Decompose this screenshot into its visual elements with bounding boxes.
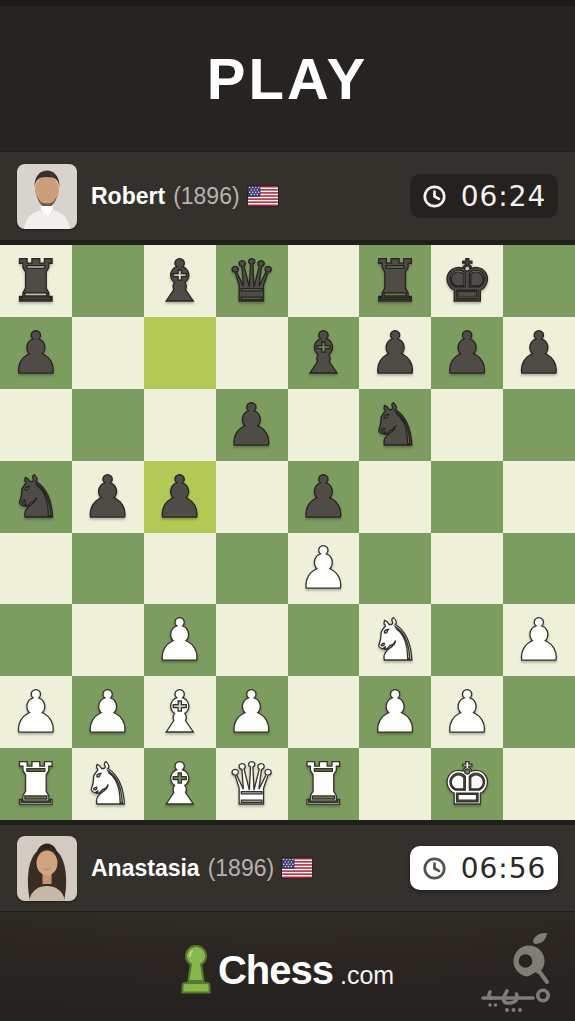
piece-black-knight[interactable]: ♞ [10, 468, 62, 526]
footer: Chess .com [0, 912, 575, 1021]
square-d6[interactable]: ♟ [216, 389, 288, 461]
piece-white-knight[interactable]: ♞ [82, 755, 134, 813]
player-name-top: Robert [91, 183, 165, 210]
square-g2[interactable]: ♟ [431, 676, 503, 748]
piece-black-pawn[interactable]: ♟ [82, 468, 134, 526]
us-flag-icon [282, 858, 312, 878]
square-h1[interactable] [503, 748, 575, 820]
square-f7[interactable]: ♟ [359, 317, 431, 389]
square-b5[interactable]: ♟ [72, 461, 144, 533]
piece-black-bishop[interactable]: ♝ [154, 252, 206, 310]
sibche-watermark-icon [477, 930, 569, 1021]
square-c3[interactable]: ♟ [144, 604, 216, 676]
square-a2[interactable]: ♟ [0, 676, 72, 748]
clock-icon [422, 184, 447, 209]
piece-white-pawn[interactable]: ♟ [369, 683, 421, 741]
square-e8[interactable] [288, 245, 360, 317]
square-a6[interactable] [0, 389, 72, 461]
us-flag-icon [248, 186, 278, 206]
square-d7[interactable] [216, 317, 288, 389]
square-b2[interactable]: ♟ [72, 676, 144, 748]
square-g1[interactable]: ♚ [431, 748, 503, 820]
square-d3[interactable] [216, 604, 288, 676]
clock-bottom: 06:56 [410, 846, 558, 890]
square-g7[interactable]: ♟ [431, 317, 503, 389]
piece-white-pawn[interactable]: ♟ [154, 611, 206, 669]
square-h5[interactable] [503, 461, 575, 533]
square-f4[interactable] [359, 533, 431, 605]
square-a7[interactable]: ♟ [0, 317, 72, 389]
square-c4[interactable] [144, 533, 216, 605]
brand-tld: .com [340, 961, 394, 990]
square-a8[interactable]: ♜ [0, 245, 72, 317]
piece-black-pawn[interactable]: ♟ [513, 324, 565, 382]
square-d2[interactable]: ♟ [216, 676, 288, 748]
header: PLAY [0, 6, 575, 151]
square-b6[interactable] [72, 389, 144, 461]
square-c5[interactable]: ♟ [144, 461, 216, 533]
square-b1[interactable]: ♞ [72, 748, 144, 820]
square-f6[interactable]: ♞ [359, 389, 431, 461]
square-a1[interactable]: ♜ [0, 748, 72, 820]
square-f2[interactable]: ♟ [359, 676, 431, 748]
square-d1[interactable]: ♛ [216, 748, 288, 820]
clock-icon [422, 856, 447, 881]
square-e7[interactable]: ♝ [288, 317, 360, 389]
clock-time-bottom: 06:56 [461, 852, 547, 885]
piece-black-pawn[interactable]: ♟ [10, 324, 62, 382]
page-title: PLAY [207, 45, 368, 112]
piece-white-pawn[interactable]: ♟ [513, 611, 565, 669]
piece-white-king[interactable]: ♚ [441, 755, 493, 813]
square-b7[interactable] [72, 317, 144, 389]
square-h2[interactable] [503, 676, 575, 748]
square-a5[interactable]: ♞ [0, 461, 72, 533]
square-g3[interactable] [431, 604, 503, 676]
avatar-robert[interactable] [17, 164, 77, 229]
square-e2[interactable] [288, 676, 360, 748]
player-rating-bottom: (1896) [208, 855, 274, 882]
square-g8[interactable]: ♚ [431, 245, 503, 317]
square-e5[interactable]: ♟ [288, 461, 360, 533]
clock-top: 06:24 [410, 174, 558, 218]
square-g4[interactable] [431, 533, 503, 605]
square-f1[interactable] [359, 748, 431, 820]
square-d8[interactable]: ♛ [216, 245, 288, 317]
avatar-anastasia[interactable] [17, 836, 77, 901]
square-h8[interactable] [503, 245, 575, 317]
square-c6[interactable] [144, 389, 216, 461]
square-e4[interactable]: ♟ [288, 533, 360, 605]
piece-white-rook[interactable]: ♜ [10, 755, 62, 813]
square-a4[interactable] [0, 533, 72, 605]
piece-white-pawn[interactable]: ♟ [226, 683, 278, 741]
piece-white-bishop[interactable]: ♝ [154, 683, 206, 741]
square-d4[interactable] [216, 533, 288, 605]
player-bar-bottom: Anastasia (1896) [0, 825, 575, 912]
square-g6[interactable] [431, 389, 503, 461]
brand-text: Chess [218, 948, 333, 993]
piece-black-pawn[interactable]: ♟ [441, 324, 493, 382]
avatar-anastasia-image [17, 836, 77, 901]
square-f8[interactable]: ♜ [359, 245, 431, 317]
square-b4[interactable] [72, 533, 144, 605]
square-h7[interactable]: ♟ [503, 317, 575, 389]
square-f5[interactable] [359, 461, 431, 533]
app-screen: PLAY Robert (1896) [0, 0, 575, 1021]
square-h4[interactable] [503, 533, 575, 605]
green-pawn-icon [181, 944, 211, 994]
piece-black-bishop[interactable]: ♝ [297, 324, 349, 382]
piece-black-queen[interactable]: ♛ [226, 252, 278, 310]
square-f3[interactable]: ♞ [359, 604, 431, 676]
piece-black-pawn[interactable]: ♟ [226, 396, 278, 454]
piece-black-rook[interactable]: ♜ [369, 252, 421, 310]
square-c2[interactable]: ♝ [144, 676, 216, 748]
player-rating-top: (1896) [173, 183, 239, 210]
chess-board[interactable]: ♜♝♛♜♚♟♝♟♟♟♟♞♞♟♟♟♟♟♞♟♟♟♝♟♟♟♜♞♝♛♜♚ [0, 240, 575, 825]
player-name-bottom: Anastasia [91, 855, 200, 882]
piece-white-knight[interactable]: ♞ [369, 611, 421, 669]
square-e1[interactable]: ♜ [288, 748, 360, 820]
square-h6[interactable] [503, 389, 575, 461]
piece-white-rook[interactable]: ♜ [297, 755, 349, 813]
piece-white-pawn[interactable]: ♟ [10, 683, 62, 741]
square-b3[interactable] [72, 604, 144, 676]
avatar-robert-image [17, 164, 77, 229]
square-b8[interactable] [72, 245, 144, 317]
piece-white-pawn[interactable]: ♟ [82, 683, 134, 741]
square-d5[interactable] [216, 461, 288, 533]
square-e6[interactable] [288, 389, 360, 461]
square-h3[interactable]: ♟ [503, 604, 575, 676]
piece-black-knight[interactable]: ♞ [369, 396, 421, 454]
square-c1[interactable]: ♝ [144, 748, 216, 820]
square-g5[interactable] [431, 461, 503, 533]
piece-black-pawn[interactable]: ♟ [297, 468, 349, 526]
piece-black-pawn[interactable]: ♟ [154, 468, 206, 526]
piece-white-queen[interactable]: ♛ [226, 755, 278, 813]
clock-time-top: 06:24 [461, 180, 547, 213]
square-e3[interactable] [288, 604, 360, 676]
square-c7[interactable] [144, 317, 216, 389]
piece-black-rook[interactable]: ♜ [10, 252, 62, 310]
piece-white-pawn[interactable]: ♟ [297, 539, 349, 597]
square-a3[interactable] [0, 604, 72, 676]
piece-black-king[interactable]: ♚ [441, 252, 493, 310]
piece-white-bishop[interactable]: ♝ [154, 755, 206, 813]
piece-white-pawn[interactable]: ♟ [441, 683, 493, 741]
piece-black-pawn[interactable]: ♟ [369, 324, 421, 382]
square-c8[interactable]: ♝ [144, 245, 216, 317]
player-bar-top: Robert (1896) [0, 151, 575, 240]
